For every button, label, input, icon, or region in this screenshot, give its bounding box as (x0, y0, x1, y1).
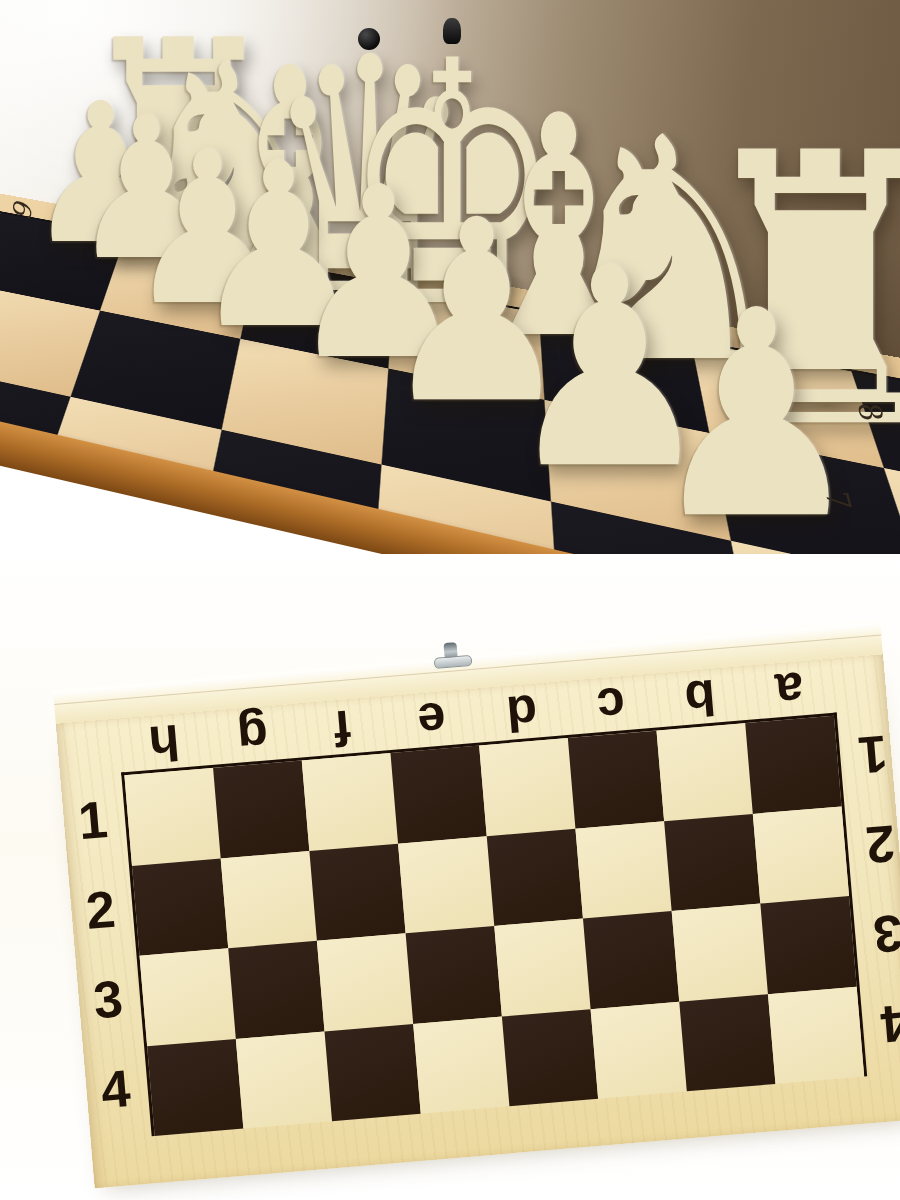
box-square-2-0 (140, 948, 236, 1046)
file-letter-g: g (236, 711, 270, 758)
metal-clasp-icon (432, 641, 470, 670)
box-square-3-6 (679, 994, 775, 1092)
rank-number-right-4: 4 (878, 993, 900, 1055)
box-square-1-1 (221, 851, 317, 949)
box-square-2-1 (228, 941, 324, 1039)
box-square-0-4 (479, 738, 575, 836)
box-square-2-5 (583, 911, 679, 1009)
file-letter-h: h (147, 719, 181, 766)
box-square-2-6 (672, 904, 768, 1002)
box-square-0-5 (568, 731, 664, 829)
box-square-3-7 (768, 986, 864, 1084)
box-square-1-7 (753, 806, 849, 904)
rank-number-left-2: 2 (84, 879, 118, 941)
box-square-0-3 (390, 746, 486, 844)
open-board-photo: 6 8 7 ♟♟♜♞♟♝♟♛♟♚♟♝♟♞♟♜ (0, 0, 900, 554)
white-pawn-8: ♟ (635, 274, 877, 554)
rank-number-right-1: 1 (855, 724, 889, 786)
rank-number-left-4: 4 (99, 1058, 133, 1120)
white-king-black-finial (443, 18, 461, 44)
file-letter-b: b (683, 674, 717, 721)
box-square-3-5 (591, 1001, 687, 1099)
box-square-0-0 (124, 768, 220, 866)
box-square-1-2 (309, 843, 405, 941)
rank-number-right-2: 2 (863, 813, 897, 875)
file-letter-c: c (595, 681, 626, 728)
box-square-0-1 (213, 760, 309, 858)
box-square-1-5 (575, 821, 671, 919)
box-square-2-3 (406, 926, 502, 1024)
clasp-plate-icon (434, 655, 473, 669)
piece-layer: ♟♟♜♞♟♝♟♛♟♚♟♝♟♞♟♜ (0, 0, 900, 554)
box-square-1-4 (487, 828, 583, 926)
rank-number-left-1: 1 (76, 789, 110, 851)
rank-number-left-3: 3 (91, 968, 125, 1030)
chess-set-product-photos: 6 8 7 ♟♟♜♞♟♝♟♛♟♚♟♝♟♞♟♜ hgfedcba 1234 123… (0, 0, 900, 1200)
box-square-1-0 (132, 858, 228, 956)
box-square-1-3 (398, 836, 494, 934)
box-square-2-4 (494, 918, 590, 1016)
file-letter-e: e (416, 696, 447, 743)
box-square-0-6 (657, 723, 753, 821)
file-letter-f: f (332, 704, 352, 750)
box-square-1-6 (664, 813, 760, 911)
box-square-3-1 (236, 1031, 332, 1129)
box-front-face: hgfedcba 1234 1234 (56, 654, 900, 1188)
file-letter-a: a (774, 666, 805, 713)
box-square-3-0 (147, 1038, 243, 1136)
file-letter-d: d (504, 689, 538, 736)
box-square-0-2 (302, 753, 398, 851)
box-square-2-7 (760, 896, 856, 994)
box-square-2-2 (317, 933, 413, 1031)
closed-box-photo: hgfedcba 1234 1234 (0, 554, 900, 1200)
box-square-3-4 (502, 1009, 598, 1107)
folded-chess-box: hgfedcba 1234 1234 (53, 621, 900, 1189)
box-square-3-2 (324, 1024, 420, 1122)
rank-number-right-3: 3 (870, 903, 900, 965)
printed-half-board (121, 713, 867, 1137)
box-square-3-3 (413, 1016, 509, 1114)
box-square-0-7 (745, 716, 841, 814)
